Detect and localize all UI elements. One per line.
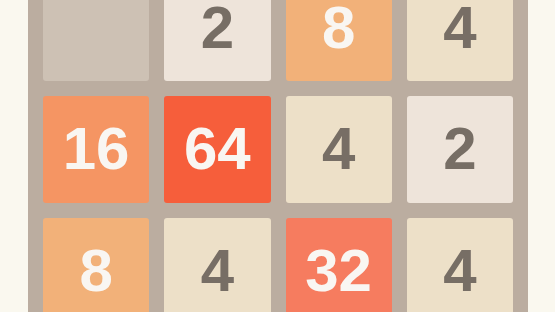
board-2048[interactable]: 2 8 4 16 64 4 2 8 4 32 4 [28,0,528,312]
cell-r3c3: 32 [286,218,392,312]
cell-r3c1: 8 [43,218,149,312]
cell-r1c4: 4 [407,0,513,81]
cell-r2c1: 16 [43,96,149,202]
cell-r1c2: 2 [164,0,270,81]
cell-r2c2: 64 [164,96,270,202]
game-viewport: 2 8 4 16 64 4 2 8 4 32 4 [0,0,555,312]
cell-r2c4: 2 [407,96,513,202]
cell-r3c4: 4 [407,218,513,312]
cell-r2c3: 4 [286,96,392,202]
cell-r1c1 [43,0,149,81]
cell-r3c2: 4 [164,218,270,312]
cell-r1c3: 8 [286,0,392,81]
